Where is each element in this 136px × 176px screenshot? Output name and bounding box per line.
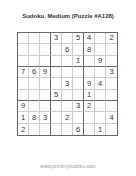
sudoku-cell-r7c6: 3: [73, 101, 84, 112]
sudoku-cell-r8c4: [51, 112, 62, 123]
sudoku-cell-r2c2: [29, 44, 40, 55]
sudoku-cell-r5c6: [73, 78, 84, 89]
sudoku-cell-r3c6: 1: [73, 56, 84, 67]
sudoku-cell-r3c9: [106, 56, 117, 67]
sudoku-cell-r3c4: [51, 56, 62, 67]
sudoku-cell-r2c9: [106, 44, 117, 55]
sudoku-cell-r9c3: [40, 124, 51, 135]
sudoku-cell-r4c6: [73, 67, 84, 78]
sudoku-cell-r6c9: [106, 90, 117, 101]
sudoku-cell-r7c3: [40, 101, 51, 112]
sudoku-cell-r9c6: 6: [73, 124, 84, 135]
sudoku-cell-r1c1: [18, 33, 29, 44]
sudoku-cell-r2c8: [95, 44, 106, 55]
sudoku-cell-r2c7: 8: [84, 44, 95, 55]
sudoku-cell-r3c2: [29, 56, 40, 67]
sudoku-cell-r7c9: [106, 101, 117, 112]
sudoku-cell-r6c6: [73, 90, 84, 101]
sudoku-cell-r9c5: [62, 124, 73, 135]
sudoku-cell-r1c8: [95, 33, 106, 44]
sudoku-cell-r3c5: [62, 56, 73, 67]
sudoku-cell-r8c1: 1: [18, 112, 29, 123]
sudoku-cell-r4c8: [95, 67, 106, 78]
sudoku-board: 3542681976933945193218324261: [17, 32, 118, 136]
sudoku-cell-r9c2: [29, 124, 40, 135]
sudoku-cell-r6c1: [18, 90, 29, 101]
sudoku-cell-r3c1: [18, 56, 29, 67]
sudoku-cell-r5c2: [29, 78, 40, 89]
sudoku-cell-r1c2: [29, 33, 40, 44]
sudoku-cell-r1c6: 5: [73, 33, 84, 44]
page-title: Sudoku, Medium (Puzzle #A128): [0, 13, 136, 19]
sudoku-cell-r4c4: [51, 67, 62, 78]
sudoku-cell-r9c8: 1: [95, 124, 106, 135]
sudoku-cell-r1c4: 3: [51, 33, 62, 44]
sudoku-cell-r8c2: 8: [29, 112, 40, 123]
sudoku-cell-r1c3: [40, 33, 51, 44]
sudoku-cell-r8c6: [73, 112, 84, 123]
sudoku-cell-r6c4: 5: [51, 90, 62, 101]
sudoku-cell-r6c7: 1: [84, 90, 95, 101]
sudoku-cell-r4c3: 9: [40, 67, 51, 78]
sudoku-cell-r5c3: [40, 78, 51, 89]
sudoku-cell-r7c2: [29, 101, 40, 112]
sudoku-cell-r3c8: 9: [95, 56, 106, 67]
sudoku-cell-r7c4: [51, 101, 62, 112]
sudoku-cell-r4c9: 3: [106, 67, 117, 78]
sudoku-cell-r2c3: [40, 44, 51, 55]
sudoku-cell-r4c7: [84, 67, 95, 78]
sudoku-cell-r6c2: [29, 90, 40, 101]
sudoku-cell-r6c3: [40, 90, 51, 101]
sudoku-cell-r2c5: 6: [62, 44, 73, 55]
sudoku-cell-r2c1: [18, 44, 29, 55]
sudoku-cell-r9c9: [106, 124, 117, 135]
sudoku-cell-r5c4: [51, 78, 62, 89]
sudoku-cell-r1c9: 2: [106, 33, 117, 44]
sudoku-cell-r1c7: 4: [84, 33, 95, 44]
sudoku-cell-r6c5: [62, 90, 73, 101]
sudoku-cell-r8c8: [95, 112, 106, 123]
sudoku-cell-r5c5: 3: [62, 78, 73, 89]
sudoku-cell-r2c6: [73, 44, 84, 55]
sudoku-cell-r7c1: 9: [18, 101, 29, 112]
sudoku-cell-r7c7: 2: [84, 101, 95, 112]
sudoku-cell-r6c8: [95, 90, 106, 101]
sudoku-cell-r5c8: 4: [95, 78, 106, 89]
sudoku-cell-r7c5: [62, 101, 73, 112]
sudoku-cell-r7c8: [95, 101, 106, 112]
sudoku-sheet: Sudoku, Medium (Puzzle #A128) 3542681976…: [0, 0, 136, 176]
sudoku-cell-r4c2: 6: [29, 67, 40, 78]
sudoku-cell-r1c5: [62, 33, 73, 44]
sudoku-cell-r8c5: 2: [62, 112, 73, 123]
sudoku-cell-r5c7: 9: [84, 78, 95, 89]
sudoku-cell-r4c5: [62, 67, 73, 78]
sudoku-cell-r4c1: 7: [18, 67, 29, 78]
sudoku-cell-r3c7: [84, 56, 95, 67]
sudoku-cell-r2c4: [51, 44, 62, 55]
sudoku-cell-r8c9: 4: [106, 112, 117, 123]
sudoku-cell-r8c7: [84, 112, 95, 123]
sudoku-cell-r3c3: [40, 56, 51, 67]
sudoku-cell-r9c7: [84, 124, 95, 135]
sudoku-cell-r5c9: [106, 78, 117, 89]
sudoku-cell-r8c3: 3: [40, 112, 51, 123]
sudoku-cell-r9c1: 2: [18, 124, 29, 135]
sudoku-cell-r9c4: [51, 124, 62, 135]
sudoku-cell-r5c1: [18, 78, 29, 89]
footer-url: www.printmysudoku.com: [0, 163, 136, 169]
